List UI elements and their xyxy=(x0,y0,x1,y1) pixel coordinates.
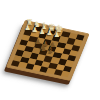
product-photo-scene: ♜♞♝♛♚♟♟♟♟♟♟♟♟♞♝ xyxy=(0,0,100,100)
square xyxy=(71,45,80,52)
board-grid xyxy=(11,24,84,78)
